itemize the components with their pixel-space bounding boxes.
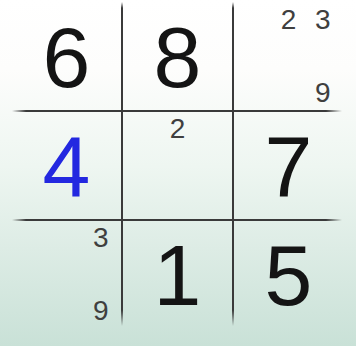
entered-digit: 4 <box>43 123 91 209</box>
cell-r3c1[interactable]: 39 <box>11 220 122 329</box>
cell-r3c3[interactable]: 5 <box>233 220 344 329</box>
candidate-digit-9: 9 <box>306 75 340 111</box>
candidate-digit-2: 2 <box>271 2 305 38</box>
cell-r3c2[interactable]: 1 <box>122 220 233 329</box>
cell-r2c1[interactable]: 4 <box>11 111 122 220</box>
cell-r1c2[interactable]: 8 <box>122 2 233 111</box>
candidate-digit-2: 2 <box>160 111 194 147</box>
candidate-digit-3: 3 <box>306 2 340 38</box>
given-digit: 5 <box>265 232 313 318</box>
candidate-digit-3: 3 <box>84 220 118 256</box>
cell-r2c2[interactable]: 2 <box>122 111 233 220</box>
given-digit: 6 <box>43 14 91 100</box>
given-digit: 8 <box>154 14 202 100</box>
given-digit: 7 <box>265 123 313 209</box>
cell-r1c1[interactable]: 6 <box>11 2 122 111</box>
candidate-grid: 239 <box>233 2 344 111</box>
cell-r1c3[interactable]: 239 <box>233 2 344 111</box>
given-digit: 1 <box>154 232 202 318</box>
candidate-grid: 39 <box>11 220 122 329</box>
candidate-digit-9: 9 <box>84 293 118 329</box>
sudoku-board: 682394273915 <box>11 2 344 329</box>
cell-r2c3[interactable]: 7 <box>233 111 344 220</box>
candidate-grid: 2 <box>122 111 233 220</box>
sudoku-screen: 682394273915 <box>0 0 356 346</box>
